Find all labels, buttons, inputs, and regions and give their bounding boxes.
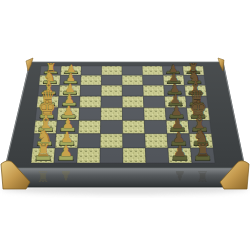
piece-white-rook: ♜	[35, 140, 50, 161]
piece-black-pawn: ♟	[172, 142, 187, 161]
board-scene: ♜♟♟♜♜♟♟♜♞♟♟♞♝♟♟♝♛♟♟♛♚♟♟♚♝♟♟♝♞♟♟♞♜♟♟♜	[0, 0, 250, 250]
piece-glyph-pawn: ♟	[173, 142, 186, 159]
reflection-white-rook: ♜	[36, 167, 50, 185]
reflection-black-pawn: ♟	[174, 168, 186, 183]
piece-glyph-pawn: ♟	[59, 142, 72, 159]
piece-black-rook: ♜	[195, 140, 210, 161]
piece-glyph-rook: ♜	[35, 140, 50, 160]
piece-white-pawn: ♟	[58, 142, 73, 161]
reflection-black-rook: ♜	[196, 167, 210, 185]
piece-glyph-rook: ♜	[195, 140, 210, 160]
chess-set-photo[interactable]: ♜♟♟♜♜♟♟♜♞♟♟♞♝♟♟♝♛♟♟♛♚♟♟♚♝♟♟♝♞♟♟♞♜♟♟♜	[0, 0, 250, 250]
reflection-white-pawn: ♟	[60, 168, 72, 183]
